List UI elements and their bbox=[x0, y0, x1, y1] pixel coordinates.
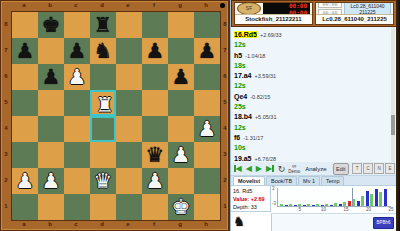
movelist-time: 12s bbox=[231, 78, 396, 88]
rank-label-5: 5 bbox=[2, 89, 10, 115]
square-g7[interactable] bbox=[168, 38, 194, 64]
mini-button-t[interactable]: T bbox=[352, 163, 362, 174]
movelist-time: 25s bbox=[231, 99, 396, 109]
square-a4[interactable] bbox=[12, 116, 38, 142]
square-f1[interactable] bbox=[142, 194, 168, 220]
black-clocks: 00:00 00:00 bbox=[318, 3, 342, 14]
x-tick-10: 10 bbox=[321, 207, 326, 212]
piece-black-pawn: ♟ bbox=[64, 38, 90, 64]
move-eval: -1.31/17 bbox=[243, 135, 263, 141]
eval-bar-move-1 bbox=[280, 204, 283, 206]
square-c8[interactable] bbox=[64, 12, 90, 38]
move-eval: +3.59/31 bbox=[255, 73, 277, 79]
x-tick-15: 15 bbox=[344, 207, 349, 212]
square-f3[interactable]: ♛ bbox=[142, 142, 168, 168]
square-a1[interactable] bbox=[12, 194, 38, 220]
eval-bar-move-20 bbox=[366, 191, 369, 206]
tab-book-tb[interactable]: Book/TB bbox=[266, 176, 297, 185]
file-label-a: a bbox=[11, 2, 37, 8]
square-b3[interactable] bbox=[38, 142, 64, 168]
last-move-button[interactable]: ▶ bbox=[265, 163, 275, 174]
graph-cursor-line bbox=[352, 188, 353, 206]
side-piece-cell: ♞ bbox=[231, 212, 272, 231]
action-button[interactable]: BPBh6 bbox=[373, 217, 394, 229]
current-move-status: 16. Rd5 Value: +2.69 Depth: 33 bbox=[231, 186, 271, 212]
tab-movelist[interactable]: Movelist bbox=[233, 176, 265, 185]
movelist-time: 12s bbox=[231, 120, 396, 130]
eval-bar-move-22 bbox=[375, 189, 378, 206]
square-d4[interactable] bbox=[90, 116, 116, 142]
white-lcd-clock: 00:00 00:00 bbox=[263, 3, 310, 14]
eval-bar-move-15 bbox=[343, 202, 346, 206]
eval-bar-move-6 bbox=[303, 205, 306, 206]
chess-board[interactable]: ♚♜♟♟♞♟♟♟♟♟♜♟♛♟♟♟♛♟♚ bbox=[11, 11, 221, 221]
square-e2[interactable] bbox=[116, 168, 142, 194]
first-move-button[interactable]: ◀ bbox=[233, 163, 243, 174]
square-e3[interactable] bbox=[116, 142, 142, 168]
rank-label-8: 8 bbox=[221, 11, 229, 37]
eval-bar-move-5 bbox=[298, 204, 301, 206]
status-move: 16. Rd5 bbox=[233, 187, 268, 195]
square-h1[interactable] bbox=[194, 194, 220, 220]
file-label-b: b bbox=[37, 2, 63, 8]
tab-mv-1[interactable]: Mv 1 bbox=[298, 176, 320, 185]
square-f7[interactable]: ♟ bbox=[142, 38, 168, 64]
square-h5[interactable] bbox=[194, 90, 220, 116]
rank-label-6: 6 bbox=[221, 63, 229, 89]
eval-bar-move-14 bbox=[339, 204, 342, 206]
piece-white-queen: ♛ bbox=[90, 168, 116, 194]
black-engine-name: Lc0.28_611040_211225 bbox=[316, 14, 393, 24]
move-eval: +6.76/28 bbox=[255, 156, 277, 162]
movelist-entry[interactable]: f6-1.31/17 bbox=[231, 130, 396, 140]
rank-label-7: 7 bbox=[2, 37, 10, 63]
square-e6[interactable] bbox=[116, 64, 142, 90]
piece-black-knight: ♞ bbox=[90, 38, 116, 64]
move-eval: -0.82/15 bbox=[250, 94, 270, 100]
toolbar: ◀ ◀ ▶ ▶ ↻ ∞ Demo Analyze Edit TCNE bbox=[231, 162, 397, 176]
square-f4[interactable] bbox=[142, 116, 168, 142]
piece-black-pawn: ♟ bbox=[142, 38, 168, 64]
stockfish-logo: SF bbox=[237, 3, 261, 14]
square-a5[interactable] bbox=[12, 90, 38, 116]
rank-label-2: 2 bbox=[2, 167, 10, 193]
file-label-f: f bbox=[141, 221, 167, 227]
square-a3[interactable] bbox=[12, 142, 38, 168]
square-h2[interactable] bbox=[194, 168, 220, 194]
eval-bar-move-7 bbox=[307, 204, 310, 206]
movelist-entry[interactable]: 18.b4+5.05/31 bbox=[231, 109, 396, 119]
movelist-entry[interactable]: Qe4-0.82/15 bbox=[231, 89, 396, 99]
square-f2[interactable]: ♟ bbox=[142, 168, 168, 194]
mini-button-c[interactable]: C bbox=[363, 163, 373, 174]
mini-button-e[interactable]: E bbox=[385, 163, 395, 174]
rank-label-4: 4 bbox=[2, 115, 10, 141]
square-e7[interactable] bbox=[116, 38, 142, 64]
x-tick-25: 25 bbox=[389, 207, 394, 212]
square-f5[interactable] bbox=[142, 90, 168, 116]
move-san[interactable]: 19.a5 bbox=[234, 155, 252, 162]
bottom-panel: 16. Rd5 Value: +2.69 Depth: 33 ♞ 3 -3 51… bbox=[231, 186, 397, 231]
tab-bar: MovelistBook/TBMv 1Temp bbox=[231, 176, 397, 186]
file-label-e: e bbox=[115, 2, 141, 8]
move-eval: +5.05/31 bbox=[255, 114, 277, 120]
rank-label-6: 6 bbox=[2, 63, 10, 89]
square-a8[interactable] bbox=[12, 12, 38, 38]
square-b4[interactable] bbox=[38, 116, 64, 142]
square-a2[interactable]: ♟ bbox=[12, 168, 38, 194]
movelist-time: 10s bbox=[231, 140, 396, 150]
square-g5[interactable] bbox=[168, 90, 194, 116]
square-c1[interactable] bbox=[64, 194, 90, 220]
square-g4[interactable] bbox=[168, 116, 194, 142]
piece-white-pawn: ♟ bbox=[194, 116, 220, 142]
rank-label-3: 3 bbox=[2, 141, 10, 167]
piece-white-pawn: ♟ bbox=[142, 168, 168, 194]
white-clock-cell: SF 00:00 00:00 Stockfish_21122211 bbox=[234, 2, 313, 25]
movelist-entry[interactable]: h5-1.04/18 bbox=[231, 48, 396, 58]
square-b2[interactable]: ♟ bbox=[38, 168, 64, 194]
eval-bar-move-16 bbox=[348, 201, 351, 206]
rank-label-5: 5 bbox=[221, 89, 229, 115]
piece-black-king: ♚ bbox=[38, 12, 64, 38]
mini-button-n[interactable]: N bbox=[374, 163, 384, 174]
piece-white-king: ♚ bbox=[168, 194, 194, 220]
file-label-e: e bbox=[115, 221, 141, 227]
piece-black-pawn: ♟ bbox=[38, 64, 64, 90]
piece-white-pawn: ♟ bbox=[168, 142, 194, 168]
movelist-entry[interactable]: 19.a5+6.76/28 bbox=[231, 151, 396, 161]
file-label-c: c bbox=[63, 2, 89, 8]
x-tick-20: 20 bbox=[366, 207, 371, 212]
square-b7[interactable] bbox=[38, 38, 64, 64]
file-label-g: g bbox=[167, 221, 193, 227]
demo-label: Demo bbox=[288, 169, 300, 174]
eval-bar-move-11 bbox=[325, 204, 328, 206]
move-eval: -1.04/18 bbox=[245, 53, 265, 59]
eval-bar-move-19 bbox=[361, 196, 364, 206]
square-g8[interactable] bbox=[168, 12, 194, 38]
square-f8[interactable] bbox=[142, 12, 168, 38]
graph-x-axis bbox=[277, 206, 391, 207]
movelist-entry[interactable]: 17.a4+3.59/31 bbox=[231, 68, 396, 78]
settings-gear-icon[interactable]: ↻ bbox=[277, 163, 287, 174]
square-c5[interactable] bbox=[64, 90, 90, 116]
square-c4[interactable] bbox=[64, 116, 90, 142]
demo-button[interactable]: ∞ Demo bbox=[288, 164, 300, 174]
y-label-top: 3 bbox=[272, 186, 275, 191]
square-e1[interactable] bbox=[116, 194, 142, 220]
square-b1[interactable] bbox=[38, 194, 64, 220]
eval-bar-move-23 bbox=[379, 192, 382, 206]
square-h4[interactable]: ♟ bbox=[194, 116, 220, 142]
graph-y-axis bbox=[277, 188, 278, 206]
rank-label-2: 2 bbox=[221, 167, 229, 193]
square-e5[interactable] bbox=[116, 90, 142, 116]
move-list[interactable]: 16.Rd5+2.69/3312sh5-1.04/1818s17.a4+3.59… bbox=[231, 27, 396, 163]
piece-black-rook: ♜ bbox=[90, 12, 116, 38]
eval-bar-move-13 bbox=[334, 203, 337, 206]
file-label-g: g bbox=[167, 2, 193, 8]
piece-black-queen: ♛ bbox=[142, 142, 168, 168]
square-a6[interactable] bbox=[12, 64, 38, 90]
y-label-bottom: -3 bbox=[272, 201, 276, 206]
side-to-move-indicator bbox=[220, 3, 225, 8]
eval-bar-move-9 bbox=[316, 204, 319, 206]
scrollbar-thumb[interactable] bbox=[391, 115, 395, 135]
square-d7[interactable]: ♞ bbox=[90, 38, 116, 64]
square-a7[interactable]: ♟ bbox=[12, 38, 38, 64]
eval-bar-move-18 bbox=[357, 201, 360, 206]
square-g1[interactable]: ♚ bbox=[168, 194, 194, 220]
edit-button[interactable]: Edit bbox=[333, 163, 349, 175]
desktop-edge-strip bbox=[396, 0, 400, 231]
eval-bar-move-8 bbox=[312, 205, 315, 206]
square-g6[interactable]: ♟ bbox=[168, 64, 194, 90]
file-label-d: d bbox=[89, 221, 115, 227]
chess-board-pane: ♚♜♟♟♞♟♟♟♟♟♜♟♛♟♟♟♛♟♚ aabbccddeeffgghh8877… bbox=[0, 0, 230, 231]
eval-bar-move-24 bbox=[384, 189, 387, 206]
square-d1[interactable] bbox=[90, 194, 116, 220]
eval-bar-move-4 bbox=[294, 205, 297, 206]
square-b8[interactable]: ♚ bbox=[38, 12, 64, 38]
square-e8[interactable] bbox=[116, 12, 142, 38]
rank-label-1: 1 bbox=[221, 193, 229, 219]
square-g3[interactable]: ♟ bbox=[168, 142, 194, 168]
square-h8[interactable] bbox=[194, 12, 220, 38]
eval-bar-move-10 bbox=[321, 205, 324, 206]
square-b5[interactable] bbox=[38, 90, 64, 116]
status-value: Value: +2.69 bbox=[233, 195, 268, 203]
eval-bar-move-2 bbox=[285, 205, 288, 206]
movelist-time: 12s bbox=[231, 37, 396, 47]
file-label-d: d bbox=[89, 2, 115, 8]
status-depth: Depth: 33 bbox=[233, 203, 268, 211]
rank-label-3: 3 bbox=[221, 141, 229, 167]
square-h6[interactable] bbox=[194, 64, 220, 90]
rank-label-8: 8 bbox=[2, 11, 10, 37]
eval-graph[interactable]: 3 -3 510152025 bbox=[271, 186, 397, 214]
movelist-entry[interactable]: 16.Rd5+2.69/33 bbox=[231, 27, 396, 37]
move-eval: +2.69/33 bbox=[260, 32, 282, 38]
piece-white-pawn: ♟ bbox=[64, 64, 90, 90]
black-clock-cell: 00:00 00:00 Lc0.28_611040 211225 Lc0.28_… bbox=[315, 2, 394, 25]
analysis-panel: SF 00:00 00:00 Stockfish_21122211 00:00 … bbox=[230, 0, 396, 231]
piece-black-pawn: ♟ bbox=[168, 64, 194, 90]
square-d6[interactable] bbox=[90, 64, 116, 90]
square-c7[interactable]: ♟ bbox=[64, 38, 90, 64]
piece-white-pawn: ♟ bbox=[38, 168, 64, 194]
file-label-f: f bbox=[141, 2, 167, 8]
square-e4[interactable] bbox=[116, 116, 142, 142]
black-engine-tag: Lc0.28_611040 211225 bbox=[344, 3, 391, 14]
square-c6[interactable]: ♟ bbox=[64, 64, 90, 90]
rank-label-4: 4 bbox=[221, 115, 229, 141]
file-label-c: c bbox=[63, 221, 89, 227]
eval-bar-move-12 bbox=[330, 205, 333, 206]
piece-white-pawn: ♟ bbox=[12, 168, 38, 194]
file-label-h: h bbox=[193, 2, 219, 8]
square-d3[interactable] bbox=[90, 142, 116, 168]
piece-white-rook: ♜ bbox=[92, 92, 118, 118]
clock-bar: SF 00:00 00:00 Stockfish_21122211 00:00 … bbox=[231, 0, 397, 27]
x-tick-5: 5 bbox=[299, 207, 302, 212]
file-label-h: h bbox=[193, 221, 219, 227]
white-engine-name: Stockfish_21122211 bbox=[235, 14, 312, 24]
piece-black-pawn: ♟ bbox=[194, 38, 220, 64]
square-d2[interactable]: ♛ bbox=[90, 168, 116, 194]
piece-black-pawn: ♟ bbox=[12, 38, 38, 64]
black-clock-top: 00:00 bbox=[318, 3, 342, 8]
file-label-b: b bbox=[37, 221, 63, 227]
next-move-button[interactable]: ▶ bbox=[255, 163, 263, 174]
square-f6[interactable] bbox=[142, 64, 168, 90]
square-c2[interactable] bbox=[64, 168, 90, 194]
movelist-time: 18s bbox=[231, 58, 396, 68]
tab-temp[interactable]: Temp bbox=[321, 176, 344, 185]
previous-move-button[interactable]: ◀ bbox=[245, 163, 253, 174]
square-h7[interactable]: ♟ bbox=[194, 38, 220, 64]
movelist-scrollbar[interactable] bbox=[391, 27, 395, 162]
black-knight-icon: ♞ bbox=[231, 213, 247, 231]
square-d5[interactable]: ♜ bbox=[90, 90, 116, 116]
square-b6[interactable]: ♟ bbox=[38, 64, 64, 90]
square-c3[interactable] bbox=[64, 142, 90, 168]
eval-bar-move-21 bbox=[370, 194, 373, 206]
square-h3[interactable] bbox=[194, 142, 220, 168]
square-g2[interactable] bbox=[168, 168, 194, 194]
eval-bar-move-3 bbox=[289, 204, 292, 206]
square-d8[interactable]: ♜ bbox=[90, 12, 116, 38]
rank-label-1: 1 bbox=[2, 193, 10, 219]
analyze-button[interactable]: Analyze bbox=[305, 166, 326, 172]
app-window: ♚♜♟♟♞♟♟♟♟♟♜♟♛♟♟♟♛♟♚ aabbccddeeffgghh8877… bbox=[0, 0, 400, 231]
rank-label-7: 7 bbox=[221, 37, 229, 63]
file-label-a: a bbox=[11, 221, 37, 227]
